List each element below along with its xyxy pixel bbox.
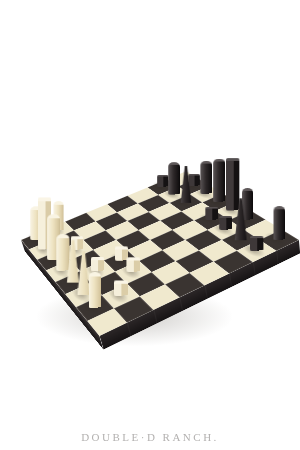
piece-black-pawn[interactable]: [249, 236, 263, 251]
piece-black-queen[interactable]: [213, 158, 225, 202]
product-photo-scene: [0, 0, 300, 450]
brand-watermark: DOUBLE·D RANCH.: [0, 431, 300, 443]
piece-white-pawn[interactable]: [113, 280, 128, 296]
piece-black-pawn[interactable]: [188, 174, 200, 187]
piece-black-pawn[interactable]: [205, 206, 218, 220]
piece-white-knight[interactable]: [88, 272, 100, 308]
piece-black-rook[interactable]: [200, 161, 212, 194]
piece-black-king[interactable]: [226, 158, 240, 211]
piece-white-pawn[interactable]: [126, 257, 140, 272]
chess-board: [21, 171, 299, 336]
piece-black-pawn[interactable]: [157, 175, 168, 187]
piece-black-rook[interactable]: [168, 162, 180, 195]
piece-black-knight[interactable]: [273, 206, 285, 240]
piece-white-pawn[interactable]: [91, 257, 105, 272]
piece-black-pawn[interactable]: [219, 216, 232, 230]
piece-white-rook[interactable]: [56, 234, 69, 271]
